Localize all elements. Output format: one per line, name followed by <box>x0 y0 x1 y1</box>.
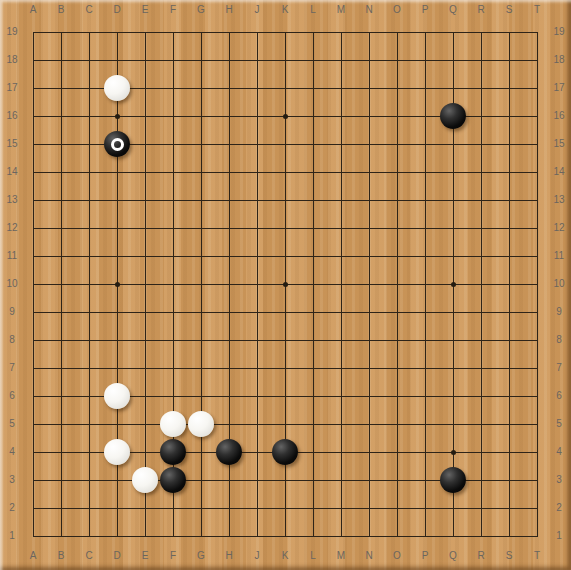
row-label: 15 <box>548 137 570 151</box>
column-label: O <box>383 3 411 17</box>
row-label: 16 <box>548 109 570 123</box>
column-label: C <box>75 3 103 17</box>
row-label: 13 <box>548 193 570 207</box>
row-label: 2 <box>548 501 570 515</box>
go-board[interactable]: ABCDEFGHJKLMNOPQRST ABCDEFGHJKLMNOPQRST … <box>0 0 571 570</box>
column-label: M <box>327 549 355 563</box>
column-label: P <box>411 3 439 17</box>
row-label: 17 <box>548 81 570 95</box>
white-stone <box>160 411 186 437</box>
column-label: R <box>467 3 495 17</box>
column-label: T <box>523 3 551 17</box>
column-label: B <box>47 3 75 17</box>
column-label: G <box>187 3 215 17</box>
column-label: E <box>131 549 159 563</box>
column-label: T <box>523 549 551 563</box>
column-label: F <box>159 3 187 17</box>
column-label: Q <box>439 3 467 17</box>
column-label: L <box>299 3 327 17</box>
column-label: H <box>215 3 243 17</box>
black-stone <box>440 103 466 129</box>
column-label: D <box>103 549 131 563</box>
column-label: N <box>355 3 383 17</box>
column-label: D <box>103 3 131 17</box>
row-label: 9 <box>548 305 570 319</box>
column-label: R <box>467 549 495 563</box>
white-stone <box>104 439 130 465</box>
row-label: 5 <box>548 417 570 431</box>
row-label: 19 <box>548 25 570 39</box>
column-label: J <box>243 549 271 563</box>
column-label: C <box>75 549 103 563</box>
row-label: 6 <box>548 389 570 403</box>
column-label: H <box>215 549 243 563</box>
column-label: O <box>383 549 411 563</box>
column-label: S <box>495 549 523 563</box>
row-label: 8 <box>548 333 570 347</box>
row-label: 4 <box>548 445 570 459</box>
column-label: E <box>131 3 159 17</box>
column-label: A <box>19 549 47 563</box>
column-label: G <box>187 549 215 563</box>
black-stone <box>104 131 130 157</box>
row-label: 10 <box>548 277 570 291</box>
column-label: F <box>159 549 187 563</box>
row-label: 14 <box>548 165 570 179</box>
black-stone <box>160 467 186 493</box>
column-label: Q <box>439 549 467 563</box>
black-stone <box>216 439 242 465</box>
black-stone <box>272 439 298 465</box>
row-label: 11 <box>548 249 570 263</box>
column-label: J <box>243 3 271 17</box>
white-stone <box>188 411 214 437</box>
white-stone <box>104 383 130 409</box>
black-stone <box>160 439 186 465</box>
column-label: S <box>495 3 523 17</box>
column-label: A <box>19 3 47 17</box>
row-label: 3 <box>548 473 570 487</box>
column-label: M <box>327 3 355 17</box>
row-label: 7 <box>548 361 570 375</box>
row-label: 12 <box>548 221 570 235</box>
column-label: K <box>271 3 299 17</box>
white-stone <box>104 75 130 101</box>
column-label: K <box>271 549 299 563</box>
row-label: 18 <box>548 53 570 67</box>
white-stone <box>132 467 158 493</box>
column-label: B <box>47 549 75 563</box>
column-label: N <box>355 549 383 563</box>
last-move-marker <box>111 138 124 151</box>
row-label: 1 <box>548 529 570 543</box>
black-stone <box>440 467 466 493</box>
column-label: P <box>411 549 439 563</box>
stones-layer <box>19 18 551 550</box>
column-label: L <box>299 549 327 563</box>
